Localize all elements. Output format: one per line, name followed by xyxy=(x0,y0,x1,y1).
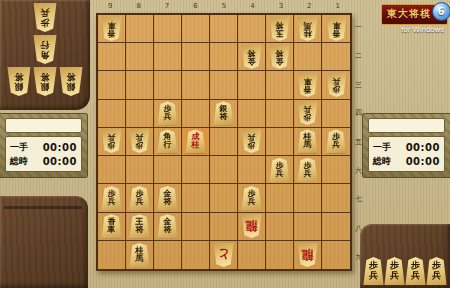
file-label-6: 6 xyxy=(181,1,209,11)
square-2-4[interactable]: 歩兵 xyxy=(294,100,322,128)
piece-bishop-sente[interactable]: 角行 xyxy=(157,129,178,153)
piece-pawn-sente[interactable]: 歩兵 xyxy=(269,158,290,182)
piece-knight-gote[interactable]: 桂馬 xyxy=(297,17,318,41)
app-title: 東大将棋 6 xyxy=(381,4,448,25)
square-2-6[interactable]: 歩兵 xyxy=(294,156,322,184)
piece-tokin-gote[interactable]: と xyxy=(213,243,234,267)
rank-label-7: 七 xyxy=(355,194,362,204)
square-9-2[interactable] xyxy=(98,43,126,71)
square-1-5[interactable]: 歩兵 xyxy=(322,128,350,156)
square-9-5[interactable]: 歩兵 xyxy=(98,128,126,156)
square-2-2[interactable] xyxy=(294,43,322,71)
gote-total-time-label: 総時 xyxy=(10,155,28,168)
square-5-6[interactable] xyxy=(210,156,238,184)
piece-promoted-knight-sente[interactable]: 成桂 xyxy=(185,129,206,153)
square-9-6[interactable] xyxy=(98,156,126,184)
rank-label-3: 三 xyxy=(355,80,362,90)
square-9-7[interactable]: 歩兵 xyxy=(98,184,126,212)
piece-box-lid xyxy=(4,206,82,209)
square-6-3[interactable] xyxy=(182,71,210,99)
sente-move-time-label: 一手 xyxy=(373,141,391,154)
square-6-4[interactable] xyxy=(182,100,210,128)
square-3-7[interactable] xyxy=(266,184,294,212)
square-6-1[interactable] xyxy=(182,15,210,43)
square-8-4[interactable] xyxy=(126,100,154,128)
square-4-1[interactable] xyxy=(238,15,266,43)
square-6-6[interactable] xyxy=(182,156,210,184)
square-5-7[interactable] xyxy=(210,184,238,212)
square-6-5[interactable]: 成桂 xyxy=(182,128,210,156)
square-8-5[interactable]: 歩兵 xyxy=(126,128,154,156)
gote-move-time-label: 一手 xyxy=(10,141,28,154)
square-1-9[interactable] xyxy=(322,241,350,269)
square-1-3[interactable]: 歩兵 xyxy=(322,71,350,99)
piece-gold-gote[interactable]: 金将 xyxy=(241,45,262,69)
sente-hand-tray[interactable]: 歩兵歩兵歩兵歩兵 xyxy=(360,224,450,288)
file-label-5: 5 xyxy=(210,1,238,11)
gote-total-time-value: 00:00 xyxy=(43,156,77,167)
square-5-1[interactable] xyxy=(210,15,238,43)
rank-label-4: 四 xyxy=(355,108,362,118)
square-3-3[interactable] xyxy=(266,71,294,99)
square-6-8[interactable] xyxy=(182,213,210,241)
piece-pawn-gote[interactable]: 歩兵 xyxy=(297,101,318,125)
square-5-8[interactable] xyxy=(210,213,238,241)
square-5-4[interactable]: 銀将 xyxy=(210,100,238,128)
piece-king-sente[interactable]: 王将 xyxy=(129,214,150,238)
square-9-1[interactable]: 香車 xyxy=(98,15,126,43)
piece-gold-sente[interactable]: 金将 xyxy=(157,186,178,210)
piece-box xyxy=(0,196,88,288)
gote-clock-panel: 一手 00:00 総時 00:00 xyxy=(0,113,88,178)
piece-pawn-sente[interactable]: 歩兵 xyxy=(101,186,122,210)
square-2-8[interactable] xyxy=(294,213,322,241)
square-8-8[interactable]: 王将 xyxy=(126,213,154,241)
shogi-app-window: 987654321 一二三四五六七八九 香車玉将桂馬香車金将金将香車歩兵歩兵銀将… xyxy=(0,0,450,288)
piece-pawn-sente[interactable]: 歩兵 xyxy=(426,257,447,285)
piece-dragon-gote[interactable]: 龍 xyxy=(297,243,318,267)
square-7-9[interactable] xyxy=(154,241,182,269)
file-label-9: 9 xyxy=(96,1,124,11)
app-subtitle: for Windows xyxy=(352,26,444,34)
file-labels: 987654321 xyxy=(96,1,352,11)
square-5-9[interactable]: と xyxy=(210,241,238,269)
square-6-2[interactable] xyxy=(182,43,210,71)
square-7-1[interactable] xyxy=(154,15,182,43)
square-9-9[interactable] xyxy=(98,241,126,269)
piece-silver-gote[interactable]: 銀将 xyxy=(59,67,83,96)
piece-pawn-sente[interactable]: 歩兵 xyxy=(241,186,262,210)
square-4-7[interactable]: 歩兵 xyxy=(238,184,266,212)
square-3-4[interactable] xyxy=(266,100,294,128)
sente-total-time-label: 総時 xyxy=(373,155,391,168)
square-2-9[interactable]: 龍 xyxy=(294,241,322,269)
square-8-9[interactable]: 桂馬 xyxy=(126,241,154,269)
piece-lance-gote[interactable]: 香車 xyxy=(101,17,122,41)
gote-time-panel: 一手 00:00 総時 00:00 xyxy=(5,136,82,172)
piece-pawn-sente[interactable]: 歩兵 xyxy=(363,257,384,285)
file-label-1: 1 xyxy=(324,1,352,11)
square-3-1[interactable]: 玉将 xyxy=(266,15,294,43)
square-6-7[interactable] xyxy=(182,184,210,212)
piece-pawn-sente[interactable]: 歩兵 xyxy=(326,129,347,153)
gote-player-name-field[interactable] xyxy=(5,118,82,133)
file-label-2: 2 xyxy=(295,1,323,11)
piece-pawn-gote[interactable]: 歩兵 xyxy=(129,129,150,153)
square-1-6[interactable] xyxy=(322,156,350,184)
square-4-2[interactable]: 金将 xyxy=(238,43,266,71)
file-label-3: 3 xyxy=(267,1,295,11)
sente-time-panel: 一手 00:00 総時 00:00 xyxy=(368,136,445,172)
piece-pawn-gote[interactable]: 歩兵 xyxy=(33,3,57,32)
square-8-3[interactable] xyxy=(126,71,154,99)
piece-pawn-sente[interactable]: 歩兵 xyxy=(384,257,405,285)
sente-player-name-field[interactable] xyxy=(368,118,445,133)
piece-pawn-sente[interactable]: 歩兵 xyxy=(405,257,426,285)
piece-gold-gote[interactable]: 金将 xyxy=(269,45,290,69)
piece-knight-sente[interactable]: 桂馬 xyxy=(297,129,318,153)
square-9-8[interactable]: 香車 xyxy=(98,213,126,241)
square-7-5[interactable]: 角行 xyxy=(154,128,182,156)
gote-move-time-value: 00:00 xyxy=(43,142,77,153)
app-logo: 東大将棋 6 for Windows xyxy=(352,2,448,34)
square-7-6[interactable] xyxy=(154,156,182,184)
square-3-9[interactable] xyxy=(266,241,294,269)
square-5-5[interactable] xyxy=(210,128,238,156)
square-5-3[interactable] xyxy=(210,71,238,99)
square-1-2[interactable] xyxy=(322,43,350,71)
square-4-3[interactable] xyxy=(238,71,266,99)
piece-silver-gote[interactable]: 銀将 xyxy=(33,67,57,96)
piece-lance-sente[interactable]: 香車 xyxy=(101,214,122,238)
square-2-7[interactable] xyxy=(294,184,322,212)
piece-knight-sente[interactable]: 桂馬 xyxy=(129,243,150,267)
piece-pawn-sente[interactable]: 歩兵 xyxy=(157,101,178,125)
square-4-9[interactable] xyxy=(238,241,266,269)
square-7-2[interactable] xyxy=(154,43,182,71)
piece-king-gote[interactable]: 玉将 xyxy=(269,17,290,41)
shogi-board: 香車玉将桂馬香車金将金将香車歩兵歩兵銀将歩兵歩兵歩兵角行成桂歩兵桂馬歩兵歩兵歩兵… xyxy=(96,13,352,271)
piece-bishop-gote[interactable]: 角行 xyxy=(33,35,57,64)
square-8-7[interactable]: 歩兵 xyxy=(126,184,154,212)
piece-silver-gote[interactable]: 銀将 xyxy=(7,67,31,96)
square-1-7[interactable] xyxy=(322,184,350,212)
piece-lance-gote[interactable]: 香車 xyxy=(297,73,318,97)
rank-label-2: 二 xyxy=(355,51,362,61)
piece-pawn-gote[interactable]: 歩兵 xyxy=(101,129,122,153)
file-label-7: 7 xyxy=(153,1,181,11)
square-3-5[interactable] xyxy=(266,128,294,156)
rank-label-5: 五 xyxy=(355,137,362,147)
square-4-8[interactable]: 龍 xyxy=(238,213,266,241)
square-3-2[interactable]: 金将 xyxy=(266,43,294,71)
app-version-badge: 6 xyxy=(432,2,450,21)
square-4-5[interactable]: 歩兵 xyxy=(238,128,266,156)
piece-lance-gote[interactable]: 香車 xyxy=(326,17,347,41)
square-5-2[interactable] xyxy=(210,43,238,71)
square-3-8[interactable] xyxy=(266,213,294,241)
sente-clock-panel: 一手 00:00 総時 00:00 xyxy=(362,113,450,178)
square-4-4[interactable] xyxy=(238,100,266,128)
square-9-3[interactable] xyxy=(98,71,126,99)
square-4-6[interactable] xyxy=(238,156,266,184)
square-7-8[interactable]: 金将 xyxy=(154,213,182,241)
piece-pawn-gote[interactable]: 歩兵 xyxy=(326,73,347,97)
piece-pawn-sente[interactable]: 歩兵 xyxy=(297,158,318,182)
square-8-6[interactable] xyxy=(126,156,154,184)
piece-silver-sente[interactable]: 銀将 xyxy=(213,101,234,125)
file-label-4: 4 xyxy=(238,1,266,11)
square-1-8[interactable] xyxy=(322,213,350,241)
square-7-3[interactable] xyxy=(154,71,182,99)
square-1-4[interactable] xyxy=(322,100,350,128)
sente-move-time-value: 00:00 xyxy=(406,142,440,153)
square-2-3[interactable]: 香車 xyxy=(294,71,322,99)
square-2-1[interactable]: 桂馬 xyxy=(294,15,322,43)
square-2-5[interactable]: 桂馬 xyxy=(294,128,322,156)
piece-dragon-gote[interactable]: 龍 xyxy=(241,214,262,238)
square-7-4[interactable]: 歩兵 xyxy=(154,100,182,128)
square-6-9[interactable] xyxy=(182,241,210,269)
square-8-2[interactable] xyxy=(126,43,154,71)
sente-total-time-value: 00:00 xyxy=(406,156,440,167)
piece-gold-sente[interactable]: 金将 xyxy=(157,214,178,238)
piece-pawn-sente[interactable]: 歩兵 xyxy=(129,186,150,210)
square-9-4[interactable] xyxy=(98,100,126,128)
square-1-1[interactable]: 香車 xyxy=(322,15,350,43)
piece-pawn-gote[interactable]: 歩兵 xyxy=(241,129,262,153)
square-8-1[interactable] xyxy=(126,15,154,43)
rank-label-6: 六 xyxy=(355,166,362,176)
gote-hand-tray[interactable]: 歩兵角行銀将銀将銀将 xyxy=(0,0,90,110)
square-7-7[interactable]: 金将 xyxy=(154,184,182,212)
file-label-8: 8 xyxy=(124,1,152,11)
square-3-6[interactable]: 歩兵 xyxy=(266,156,294,184)
